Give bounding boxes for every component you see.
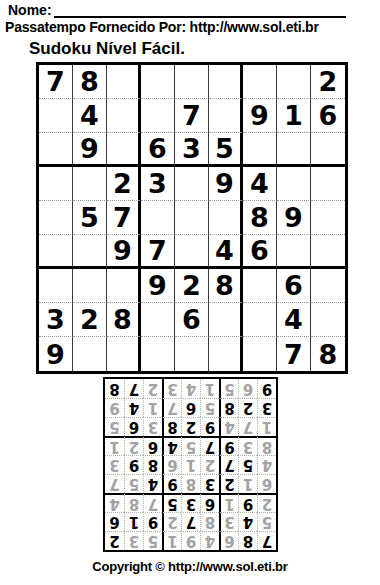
sudoku-cell-r4c3: 2: [107, 167, 141, 201]
solution-cell-r1c5: 9: [181, 531, 200, 550]
sudoku-cell-r8c4: [141, 303, 175, 337]
sudoku-cell-r2c4: [141, 99, 175, 133]
sudoku-cell-r1c4: [141, 65, 175, 99]
sudoku-cell-r2c1: [39, 99, 73, 133]
solution-cell-r6c5: 5: [181, 436, 200, 455]
sudoku-cell-r3c8: [277, 133, 311, 167]
solution-cell-r5c5: 1: [181, 455, 200, 474]
solution-cell-r8c2: 2: [238, 398, 257, 417]
sudoku-cell-r2c7: 9: [243, 99, 277, 133]
solution-cell-r7c3: 4: [219, 417, 238, 436]
solution-cell-r8c8: 4: [124, 398, 143, 417]
sudoku-cell-r7c2: [73, 269, 107, 303]
sudoku-cell-r9c3: [107, 337, 141, 371]
solution-cell-r3c8: 8: [124, 493, 143, 512]
sudoku-cell-r9c2: [73, 337, 107, 371]
solution-cell-r2c3: 3: [219, 512, 238, 531]
name-underline: [54, 4, 346, 18]
sudoku-cell-r4c7: 4: [243, 167, 277, 201]
sudoku-cell-r9c8: 7: [277, 337, 311, 371]
solution-cell-r6c4: 7: [200, 436, 219, 455]
sudoku-cell-r6c3: 9: [107, 235, 141, 269]
sudoku-cell-r3c7: [243, 133, 277, 167]
solution-cell-r8c9: 9: [105, 398, 124, 417]
sudoku-cell-r5c3: 7: [107, 201, 141, 235]
sudoku-cell-r6c8: [277, 235, 311, 269]
name-label: Nome:: [8, 2, 52, 18]
solution-cell-r1c7: 5: [143, 531, 162, 550]
sudoku-cell-r8c2: 2: [73, 303, 107, 337]
solution-cell-r6c8: 2: [124, 436, 143, 455]
solution-cell-r6c3: 9: [219, 436, 238, 455]
solution-cell-r2c9: 6: [105, 512, 124, 531]
sudoku-cell-r5c6: [209, 201, 243, 235]
sudoku-cell-r1c5: [175, 65, 209, 99]
solution-cell-r6c9: 1: [105, 436, 124, 455]
sudoku-cell-r3c9: [311, 133, 345, 167]
solution-cell-r3c5: 3: [181, 493, 200, 512]
sudoku-cell-r6c5: [175, 235, 209, 269]
sudoku-cell-r2c5: 7: [175, 99, 209, 133]
solution-cell-r4c3: 2: [219, 474, 238, 493]
solution-cell-r5c9: 3: [105, 455, 124, 474]
sudoku-cell-r8c7: [243, 303, 277, 337]
solution-cell-r7c4: 9: [200, 417, 219, 436]
sudoku-cell-r1c2: 8: [73, 65, 107, 99]
solution-cell-r1c8: 3: [124, 531, 143, 550]
solution-cell-r1c1: 7: [257, 531, 276, 550]
sudoku-cell-r2c9: 6: [311, 99, 345, 133]
solution-cell-r3c4: 6: [200, 493, 219, 512]
sudoku-cell-r4c1: [39, 167, 73, 201]
solution-cell-r4c6: 9: [162, 474, 181, 493]
solution-cell-r3c6: 5: [162, 493, 181, 512]
solution-cell-r8c5: 6: [181, 398, 200, 417]
solution-cell-r5c4: 2: [200, 455, 219, 474]
sudoku-cell-r4c8: [277, 167, 311, 201]
sudoku-cell-r6c9: [311, 235, 345, 269]
solution-cell-r8c6: 7: [162, 398, 181, 417]
sudoku-cell-r7c6: 8: [209, 269, 243, 303]
sudoku-cell-r6c4: 7: [141, 235, 175, 269]
sudoku-cell-r5c1: [39, 201, 73, 235]
solution-cell-r4c2: 1: [238, 474, 257, 493]
sudoku-cell-r6c2: [73, 235, 107, 269]
solution-cell-r9c7: 2: [143, 379, 162, 398]
solution-cell-r1c4: 4: [200, 531, 219, 550]
sudoku-cell-r5c7: 8: [243, 201, 277, 235]
solution-cell-r5c3: 7: [219, 455, 238, 474]
solution-cell-r4c1: 6: [257, 474, 276, 493]
solution-cell-r1c6: 1: [162, 531, 181, 550]
solution-cell-r3c2: 9: [238, 493, 257, 512]
solution-cell-r1c3: 6: [219, 531, 238, 550]
copyright-text: Copyright © http://www.sol.eti.br: [0, 559, 380, 574]
solution-cell-r5c8: 9: [124, 455, 143, 474]
solution-cell-r2c6: 2: [162, 512, 181, 531]
solution-cell-r1c2: 8: [238, 531, 257, 550]
solution-cell-r4c4: 3: [200, 474, 219, 493]
sudoku-cell-r8c6: [209, 303, 243, 337]
name-field-row: Nome:: [8, 2, 346, 18]
solution-cell-r7c2: 7: [238, 417, 257, 436]
sudoku-cell-r4c9: [311, 167, 345, 201]
sudoku-cell-r4c5: [175, 167, 209, 201]
sudoku-cell-r7c5: 2: [175, 269, 209, 303]
sudoku-cell-r9c9: 8: [311, 337, 345, 371]
solution-cell-r8c1: 3: [257, 398, 276, 417]
sudoku-cell-r2c6: [209, 99, 243, 133]
solution-cell-r2c4: 8: [200, 512, 219, 531]
sudoku-cell-r4c2: [73, 167, 107, 201]
sudoku-cell-r5c5: [175, 201, 209, 235]
sudoku-cell-r3c6: 5: [209, 133, 243, 167]
solution-cell-r2c8: 1: [124, 512, 143, 531]
sudoku-cell-r7c3: [107, 269, 141, 303]
solution-cell-r5c2: 5: [238, 455, 257, 474]
sudoku-cell-r7c9: [311, 269, 345, 303]
sudoku-cell-r9c7: [243, 337, 277, 371]
solution-cell-r9c4: 1: [200, 379, 219, 398]
provider-text: Passatempo Fornecido Por: http://www.sol…: [5, 19, 319, 35]
solution-cell-r7c1: 1: [257, 417, 276, 436]
solution-cell-r6c1: 8: [257, 436, 276, 455]
solution-cell-r7c9: 5: [105, 417, 124, 436]
solution-cell-r5c7: 8: [143, 455, 162, 474]
sudoku-cell-r8c8: 4: [277, 303, 311, 337]
sudoku-cell-r3c3: [107, 133, 141, 167]
solution-cell-r9c1: 9: [257, 379, 276, 398]
solution-cell-r2c7: 9: [143, 512, 162, 531]
sudoku-cell-r2c2: 4: [73, 99, 107, 133]
sudoku-cell-r5c4: [141, 201, 175, 235]
sudoku-cell-r9c5: [175, 337, 209, 371]
sudoku-cell-r8c3: 8: [107, 303, 141, 337]
solution-cell-r4c9: 7: [105, 474, 124, 493]
solution-board-rotated: 7864915325438729162916357846123894574572…: [103, 377, 278, 552]
sudoku-cell-r3c2: 9: [73, 133, 107, 167]
sudoku-cell-r9c1: 9: [39, 337, 73, 371]
solution-cell-r3c3: 1: [219, 493, 238, 512]
sudoku-cell-r2c8: 1: [277, 99, 311, 133]
sudoku-cell-r6c7: 6: [243, 235, 277, 269]
sudoku-cell-r2c3: [107, 99, 141, 133]
solution-cell-r9c9: 8: [105, 379, 124, 398]
sudoku-worksheet-page: Nome: Passatempo Fornecido Por: http://w…: [0, 0, 380, 585]
sudoku-cell-r7c4: 9: [141, 269, 175, 303]
sudoku-cell-r9c6: [209, 337, 243, 371]
solution-cell-r4c7: 4: [143, 474, 162, 493]
solution-cell-r9c2: 6: [238, 379, 257, 398]
solution-cell-r3c9: 4: [105, 493, 124, 512]
solution-cell-r7c6: 8: [162, 417, 181, 436]
sudoku-cell-r8c9: [311, 303, 345, 337]
solution-cell-r9c3: 5: [219, 379, 238, 398]
solution-cell-r5c6: 6: [162, 455, 181, 474]
solution-cell-r9c8: 7: [124, 379, 143, 398]
puzzle-title: Sudoku Nível Fácil.: [29, 39, 185, 59]
sudoku-cell-r7c8: 6: [277, 269, 311, 303]
solution-cell-r6c2: 3: [238, 436, 257, 455]
sudoku-cell-r7c1: [39, 269, 73, 303]
sudoku-cell-r3c1: [39, 133, 73, 167]
sudoku-cell-r6c1: [39, 235, 73, 269]
sudoku-cell-r8c5: 6: [175, 303, 209, 337]
sudoku-board: 782479169635239457899746928632864978: [36, 62, 348, 374]
sudoku-cell-r1c1: 7: [39, 65, 73, 99]
solution-cell-r9c5: 4: [181, 379, 200, 398]
solution-cell-r6c6: 4: [162, 436, 181, 455]
solution-cell-r5c1: 4: [257, 455, 276, 474]
solution-cell-r9c6: 3: [162, 379, 181, 398]
solution-cell-r2c1: 5: [257, 512, 276, 531]
solution-cell-r2c5: 7: [181, 512, 200, 531]
sudoku-cell-r3c4: 6: [141, 133, 175, 167]
solution-cell-r4c5: 8: [181, 474, 200, 493]
sudoku-cell-r1c6: [209, 65, 243, 99]
sudoku-cell-r8c1: 3: [39, 303, 73, 337]
solution-cell-r8c4: 5: [200, 398, 219, 417]
solution-cell-r1c9: 2: [105, 531, 124, 550]
sudoku-cell-r6c6: 4: [209, 235, 243, 269]
sudoku-cell-r1c9: 2: [311, 65, 345, 99]
solution-cell-r4c8: 5: [124, 474, 143, 493]
solution-cell-r8c7: 1: [143, 398, 162, 417]
solution-cell-r3c7: 7: [143, 493, 162, 512]
sudoku-cell-r5c2: 5: [73, 201, 107, 235]
sudoku-cell-r7c7: [243, 269, 277, 303]
sudoku-cell-r1c7: [243, 65, 277, 99]
sudoku-cell-r1c3: [107, 65, 141, 99]
sudoku-cell-r4c6: 9: [209, 167, 243, 201]
solution-cell-r6c7: 6: [143, 436, 162, 455]
sudoku-cell-r9c4: [141, 337, 175, 371]
sudoku-cell-r3c5: 3: [175, 133, 209, 167]
sudoku-cell-r5c9: [311, 201, 345, 235]
solution-cell-r7c8: 6: [124, 417, 143, 436]
sudoku-cell-r4c4: 3: [141, 167, 175, 201]
solution-cell-r3c1: 2: [257, 493, 276, 512]
solution-cell-r2c2: 4: [238, 512, 257, 531]
solution-cell-r8c3: 8: [219, 398, 238, 417]
solution-cell-r7c7: 3: [143, 417, 162, 436]
sudoku-cell-r5c8: 9: [277, 201, 311, 235]
solution-cell-r7c5: 2: [181, 417, 200, 436]
sudoku-cell-r1c8: [277, 65, 311, 99]
